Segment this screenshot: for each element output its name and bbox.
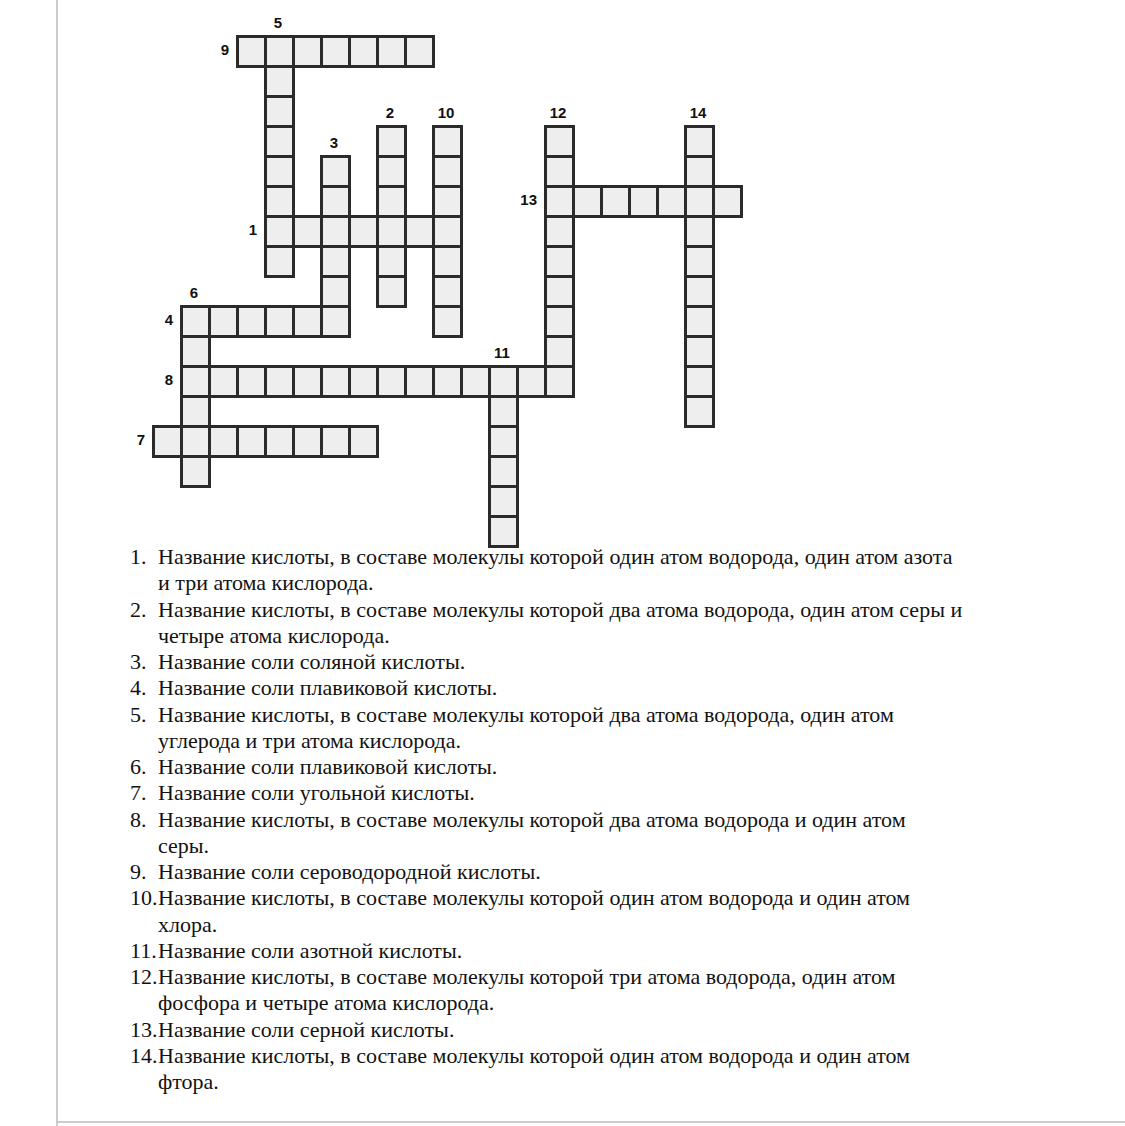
- clue-item-1: 1.Название кислоты, в составе молекулы к…: [130, 544, 1080, 597]
- crossword-cell-r13c5[interactable]: [292, 425, 323, 458]
- clue-item-4: 4.Название соли плавиковой кислоты.: [130, 675, 1080, 701]
- word-number-8: 8: [137, 371, 173, 389]
- crossword-cell-r11c9[interactable]: [404, 365, 435, 398]
- crossword-cell-r5c6[interactable]: [320, 185, 351, 218]
- crossword-cell-r3c4[interactable]: [264, 125, 295, 158]
- clue-number: 3.: [130, 649, 147, 675]
- clue-text: Название кислоты, в составе молекулы кот…: [158, 702, 1080, 755]
- clue-number: 4.: [130, 675, 147, 701]
- clue-item-5: 5.Название кислоты, в составе молекулы к…: [130, 702, 1080, 755]
- crossword-cell-r0c7[interactable]: [348, 35, 379, 68]
- clue-item-6: 6.Название соли плавиковой кислоты.: [130, 754, 1080, 780]
- crossword-cell-r0c6[interactable]: [320, 35, 351, 68]
- crossword-cell-r4c6[interactable]: [320, 155, 351, 188]
- crossword-cell-r7c10[interactable]: [432, 245, 463, 278]
- clue-item-7: 7.Название соли угольной кислоты.: [130, 780, 1080, 806]
- crossword-cell-r5c10[interactable]: [432, 185, 463, 218]
- clue-item-11: 11.Название соли азотной кислоты.: [130, 938, 1080, 964]
- crossword-cell-r11c1[interactable]: [180, 365, 211, 398]
- crossword-cell-r11c11[interactable]: [460, 365, 491, 398]
- crossword-cell-r0c8[interactable]: [376, 35, 407, 68]
- crossword-cell-r5c4[interactable]: [264, 185, 295, 218]
- crossword-cell-r13c7[interactable]: [348, 425, 379, 458]
- crossword-grid: 9521012143131648117: [0, 0, 1125, 560]
- crossword-cell-r5c16[interactable]: [600, 185, 631, 218]
- clue-item-9: 9.Название соли сероводородной кислоты.: [130, 859, 1080, 885]
- clue-text: Название кислоты, в составе молекулы кот…: [158, 885, 1080, 938]
- crossword-cell-r13c0[interactable]: [152, 425, 183, 458]
- crossword-cell-r4c19[interactable]: [684, 155, 715, 188]
- crossword-cell-r8c10[interactable]: [432, 275, 463, 308]
- crossword-cell-r9c19[interactable]: [684, 305, 715, 338]
- crossword-cell-r11c7[interactable]: [348, 365, 379, 398]
- clue-number: 11.: [130, 938, 157, 964]
- crossword-cell-r11c5[interactable]: [292, 365, 323, 398]
- crossword-cell-r3c10[interactable]: [432, 125, 463, 158]
- word-number-13: 13: [501, 191, 537, 209]
- crossword-cell-r2c4[interactable]: [264, 95, 295, 128]
- word-number-6: 6: [174, 284, 214, 302]
- clue-item-13: 13.Название соли серной кислоты.: [130, 1017, 1080, 1043]
- crossword-cell-r6c19[interactable]: [684, 215, 715, 248]
- crossword-cell-r8c14[interactable]: [544, 275, 575, 308]
- clue-list: 1.Название кислоты, в составе молекулы к…: [130, 544, 1080, 1095]
- clue-number: 9.: [130, 859, 147, 885]
- clue-text: Название кислоты, в составе молекулы кот…: [158, 544, 1080, 597]
- clue-number: 13.: [130, 1017, 158, 1043]
- clue-number: 2.: [130, 597, 147, 623]
- crossword-cell-r9c1[interactable]: [180, 305, 211, 338]
- clue-number: 10.: [130, 885, 158, 911]
- crossword-cell-r0c4[interactable]: [264, 35, 295, 68]
- crossword-cell-r13c4[interactable]: [264, 425, 295, 458]
- crossword-cell-r13c1[interactable]: [180, 425, 211, 458]
- clue-text: Название соли угольной кислоты.: [158, 780, 1080, 806]
- crossword-cell-r12c12[interactable]: [488, 395, 519, 428]
- clue-text: Название соли серной кислоты.: [158, 1017, 1080, 1043]
- crossword-cell-r13c2[interactable]: [208, 425, 239, 458]
- crossword-cell-r6c5[interactable]: [292, 215, 323, 248]
- clue-item-14: 14.Название кислоты, в составе молекулы …: [130, 1043, 1080, 1096]
- clue-item-12: 12.Название кислоты, в составе молекулы …: [130, 964, 1080, 1017]
- crossword-cell-r5c14[interactable]: [544, 185, 575, 218]
- crossword-cell-r6c6[interactable]: [320, 215, 351, 248]
- crossword-cell-r5c20[interactable]: [712, 185, 743, 218]
- word-number-4: 4: [137, 311, 173, 329]
- word-number-1: 1: [221, 221, 257, 239]
- crossword-cell-r0c3[interactable]: [236, 35, 267, 68]
- clue-text: Название кислоты, в составе молекулы кот…: [158, 597, 1080, 650]
- crossword-cell-r6c4[interactable]: [264, 215, 295, 248]
- crossword-cell-r12c19[interactable]: [684, 395, 715, 428]
- crossword-cell-r6c10[interactable]: [432, 215, 463, 248]
- crossword-cell-r13c12[interactable]: [488, 425, 519, 458]
- word-number-10: 10: [426, 104, 466, 122]
- word-number-9: 9: [193, 41, 229, 59]
- crossword-cell-r6c8[interactable]: [376, 215, 407, 248]
- crossword-cell-r7c4[interactable]: [264, 245, 295, 278]
- crossword-cell-r10c1[interactable]: [180, 335, 211, 368]
- clue-number: 5.: [130, 702, 147, 728]
- crossword-cell-r6c14[interactable]: [544, 215, 575, 248]
- clue-text: Название кислоты, в составе молекулы кот…: [158, 807, 1080, 860]
- crossword-cell-r11c10[interactable]: [432, 365, 463, 398]
- crossword-cell-r5c19[interactable]: [684, 185, 715, 218]
- crossword-cell-r11c6[interactable]: [320, 365, 351, 398]
- crossword-cell-r11c12[interactable]: [488, 365, 519, 398]
- clue-text: Название соли плавиковой кислоты.: [158, 675, 1080, 701]
- crossword-cell-r11c8[interactable]: [376, 365, 407, 398]
- clue-item-10: 10.Название кислоты, в составе молекулы …: [130, 885, 1080, 938]
- clue-text: Название соли азотной кислоты.: [158, 938, 1080, 964]
- crossword-cell-r7c14[interactable]: [544, 245, 575, 278]
- crossword-cell-r5c17[interactable]: [628, 185, 659, 218]
- crossword-cell-r8c6[interactable]: [320, 275, 351, 308]
- word-number-7: 7: [109, 431, 145, 449]
- crossword-cell-r3c14[interactable]: [544, 125, 575, 158]
- crossword-cell-r8c19[interactable]: [684, 275, 715, 308]
- clue-number: 8.: [130, 807, 147, 833]
- clue-number: 14.: [130, 1043, 158, 1069]
- crossword-cell-r4c14[interactable]: [544, 155, 575, 188]
- clue-number: 12.: [130, 964, 158, 990]
- crossword-cell-r9c6[interactable]: [320, 305, 351, 338]
- crossword-cell-r7c19[interactable]: [684, 245, 715, 278]
- crossword-cell-r11c2[interactable]: [208, 365, 239, 398]
- crossword-cell-r13c6[interactable]: [320, 425, 351, 458]
- clue-number: 7.: [130, 780, 147, 806]
- crossword-cell-r12c1[interactable]: [180, 395, 211, 428]
- crossword-cell-r4c8[interactable]: [376, 155, 407, 188]
- crossword-cell-r0c9[interactable]: [404, 35, 435, 68]
- crossword-cell-r9c10[interactable]: [432, 305, 463, 338]
- clue-text: Название кислоты, в составе молекулы кот…: [158, 1043, 1080, 1096]
- crossword-cell-r14c12[interactable]: [488, 455, 519, 488]
- clue-number: 6.: [130, 754, 147, 780]
- crossword-cell-r0c5[interactable]: [292, 35, 323, 68]
- crossword-cell-r9c2[interactable]: [208, 305, 239, 338]
- clue-text: Название соли плавиковой кислоты.: [158, 754, 1080, 780]
- crossword-cell-r11c14[interactable]: [544, 365, 575, 398]
- crossword-cell-r9c3[interactable]: [236, 305, 267, 338]
- crossword-cell-r4c10[interactable]: [432, 155, 463, 188]
- crossword-cell-r11c13[interactable]: [516, 365, 547, 398]
- clue-item-3: 3.Название соли соляной кислоты.: [130, 649, 1080, 675]
- clue-text: Название соли сероводородной кислоты.: [158, 859, 1080, 885]
- crossword-cell-r10c19[interactable]: [684, 335, 715, 368]
- crossword-cell-r6c9[interactable]: [404, 215, 435, 248]
- crossword-cell-r8c8[interactable]: [376, 275, 407, 308]
- crossword-cell-r7c6[interactable]: [320, 245, 351, 278]
- crossword-cell-r1c4[interactable]: [264, 65, 295, 98]
- crossword-cell-r3c8[interactable]: [376, 125, 407, 158]
- crossword-cell-r9c14[interactable]: [544, 305, 575, 338]
- clue-text: Название кислоты, в составе молекулы кот…: [158, 964, 1080, 1017]
- crossword-cell-r11c3[interactable]: [236, 365, 267, 398]
- clue-text: Название соли соляной кислоты.: [158, 649, 1080, 675]
- clue-item-2: 2.Название кислоты, в составе молекулы к…: [130, 597, 1080, 650]
- word-number-2: 2: [370, 104, 410, 122]
- crossword-cell-r11c4[interactable]: [264, 365, 295, 398]
- crossword-cell-r7c8[interactable]: [376, 245, 407, 278]
- crossword-cell-r9c4[interactable]: [264, 305, 295, 338]
- crossword-cell-r13c3[interactable]: [236, 425, 267, 458]
- crossword-cell-r5c8[interactable]: [376, 185, 407, 218]
- crossword-cell-r15c12[interactable]: [488, 485, 519, 518]
- clue-number: 1.: [130, 544, 147, 570]
- crossword-cell-r3c19[interactable]: [684, 125, 715, 158]
- word-number-12: 12: [538, 104, 578, 122]
- crossword-cell-r9c5[interactable]: [292, 305, 323, 338]
- crossword-cell-r5c18[interactable]: [656, 185, 687, 218]
- crossword-cell-r14c1[interactable]: [180, 455, 211, 488]
- word-number-5: 5: [258, 14, 298, 32]
- clue-item-8: 8.Название кислоты, в составе молекулы к…: [130, 807, 1080, 860]
- crossword-cell-r4c4[interactable]: [264, 155, 295, 188]
- crossword-cell-r5c15[interactable]: [572, 185, 603, 218]
- word-number-11: 11: [482, 344, 522, 362]
- word-number-14: 14: [678, 104, 718, 122]
- crossword-cell-r6c7[interactable]: [348, 215, 379, 248]
- crossword-cell-r10c14[interactable]: [544, 335, 575, 368]
- page: 9521012143131648117 1.Название кислоты, …: [0, 0, 1125, 1126]
- word-number-3: 3: [314, 134, 354, 152]
- crossword-cell-r11c19[interactable]: [684, 365, 715, 398]
- page-bottom-line: [56, 1121, 1125, 1123]
